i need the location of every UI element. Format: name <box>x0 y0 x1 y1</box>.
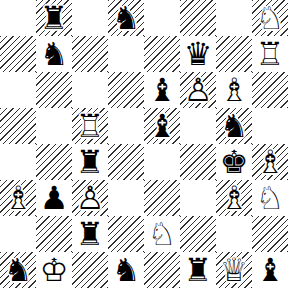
square-b5[interactable] <box>36 108 72 144</box>
piece-glyph: ♛ <box>180 36 216 72</box>
square-f3[interactable] <box>180 180 216 216</box>
black-knight: ♞♞ <box>216 108 252 144</box>
square-h7[interactable]: ♜♖ <box>252 36 288 72</box>
piece-glyph: ♞ <box>108 252 144 288</box>
square-c4[interactable]: ♜♜ <box>72 144 108 180</box>
square-h5[interactable] <box>252 108 288 144</box>
square-f6[interactable]: ♟♙ <box>180 72 216 108</box>
square-a1[interactable]: ♞♞ <box>0 252 36 288</box>
square-d1[interactable]: ♞♞ <box>108 252 144 288</box>
piece-glyph: ♔ <box>36 252 72 288</box>
piece-glyph: ♞ <box>108 0 144 36</box>
piece-glyph: ♖ <box>72 108 108 144</box>
square-d8[interactable]: ♞♞ <box>108 0 144 36</box>
square-a3[interactable]: ♝♗ <box>0 180 36 216</box>
piece-glyph: ♚ <box>216 144 252 180</box>
white-rook: ♜♖ <box>72 108 108 144</box>
white-bishop: ♝♗ <box>252 144 288 180</box>
square-c8[interactable] <box>72 0 108 36</box>
piece-glyph: ♙ <box>72 180 108 216</box>
piece-glyph: ♘ <box>252 180 288 216</box>
black-rook: ♜♜ <box>180 252 216 288</box>
piece-glyph: ♞ <box>36 36 72 72</box>
square-e3[interactable] <box>144 180 180 216</box>
black-knight: ♞♞ <box>108 252 144 288</box>
square-c5[interactable]: ♜♖ <box>72 108 108 144</box>
square-a6[interactable] <box>0 72 36 108</box>
piece-glyph: ♘ <box>252 0 288 36</box>
square-e5[interactable]: ♝♝ <box>144 108 180 144</box>
square-c3[interactable]: ♟♙ <box>72 180 108 216</box>
white-knight: ♞♘ <box>252 0 288 36</box>
square-e4[interactable] <box>144 144 180 180</box>
white-bishop: ♝♗ <box>216 180 252 216</box>
square-f8[interactable] <box>180 0 216 36</box>
white-bishop: ♝♗ <box>216 72 252 108</box>
square-g6[interactable]: ♝♗ <box>216 72 252 108</box>
square-f4[interactable] <box>180 144 216 180</box>
piece-glyph: ♝ <box>252 252 288 288</box>
piece-glyph: ♖ <box>252 36 288 72</box>
square-c6[interactable] <box>72 72 108 108</box>
piece-glyph: ♕ <box>216 252 252 288</box>
square-b8[interactable]: ♜♜ <box>36 0 72 36</box>
piece-glyph: ♙ <box>180 72 216 108</box>
piece-glyph: ♜ <box>36 0 72 36</box>
piece-glyph: ♗ <box>216 72 252 108</box>
black-rook: ♜♜ <box>72 144 108 180</box>
black-knight: ♞♞ <box>36 36 72 72</box>
black-bishop: ♝♝ <box>144 108 180 144</box>
square-e1[interactable] <box>144 252 180 288</box>
square-c7[interactable] <box>72 36 108 72</box>
square-f7[interactable]: ♛♛ <box>180 36 216 72</box>
piece-glyph: ♘ <box>144 216 180 252</box>
white-queen: ♛♕ <box>216 252 252 288</box>
square-d5[interactable] <box>108 108 144 144</box>
black-bishop: ♝♝ <box>144 72 180 108</box>
square-d3[interactable] <box>108 180 144 216</box>
piece-glyph: ♗ <box>0 180 36 216</box>
square-f5[interactable] <box>180 108 216 144</box>
white-bishop: ♝♗ <box>0 180 36 216</box>
square-h8[interactable]: ♞♘ <box>252 0 288 36</box>
piece-glyph: ♗ <box>252 144 288 180</box>
square-a7[interactable] <box>0 36 36 72</box>
square-b3[interactable]: ♟♟ <box>36 180 72 216</box>
piece-glyph: ♞ <box>0 252 36 288</box>
black-knight: ♞♞ <box>108 0 144 36</box>
piece-glyph: ♜ <box>72 216 108 252</box>
piece-glyph: ♝ <box>144 72 180 108</box>
square-f1[interactable]: ♜♜ <box>180 252 216 288</box>
piece-glyph: ♞ <box>216 108 252 144</box>
black-rook: ♜♜ <box>72 216 108 252</box>
square-d4[interactable] <box>108 144 144 180</box>
black-queen: ♛♛ <box>180 36 216 72</box>
square-g1[interactable]: ♛♕ <box>216 252 252 288</box>
piece-glyph: ♝ <box>144 108 180 144</box>
piece-glyph: ♟ <box>36 180 72 216</box>
square-h4[interactable]: ♝♗ <box>252 144 288 180</box>
square-b4[interactable] <box>36 144 72 180</box>
piece-glyph: ♗ <box>216 180 252 216</box>
white-king: ♚♔ <box>36 252 72 288</box>
square-a5[interactable] <box>0 108 36 144</box>
white-pawn: ♟♙ <box>180 72 216 108</box>
black-knight: ♞♞ <box>0 252 36 288</box>
white-knight: ♞♘ <box>252 180 288 216</box>
square-b6[interactable] <box>36 72 72 108</box>
square-f2[interactable] <box>180 216 216 252</box>
square-a2[interactable] <box>0 216 36 252</box>
square-a8[interactable] <box>0 0 36 36</box>
square-d2[interactable] <box>108 216 144 252</box>
square-h2[interactable] <box>252 216 288 252</box>
square-g3[interactable]: ♝♗ <box>216 180 252 216</box>
square-c2[interactable]: ♜♜ <box>72 216 108 252</box>
square-h3[interactable]: ♞♘ <box>252 180 288 216</box>
chess-board: ♜♜♞♞♞♘♞♞♛♛♜♖♝♝♟♙♝♗♜♖♝♝♞♞♜♜♚♚♝♗♝♗♟♟♟♙♝♗♞♘… <box>0 0 288 288</box>
square-e7[interactable] <box>144 36 180 72</box>
square-d6[interactable] <box>108 72 144 108</box>
square-e2[interactable]: ♞♘ <box>144 216 180 252</box>
square-g4[interactable]: ♚♚ <box>216 144 252 180</box>
white-knight: ♞♘ <box>144 216 180 252</box>
square-h1[interactable]: ♝♝ <box>252 252 288 288</box>
square-g2[interactable] <box>216 216 252 252</box>
square-b7[interactable]: ♞♞ <box>36 36 72 72</box>
square-e8[interactable] <box>144 0 180 36</box>
square-a4[interactable] <box>0 144 36 180</box>
piece-glyph: ♜ <box>180 252 216 288</box>
piece-glyph: ♜ <box>72 144 108 180</box>
square-b2[interactable] <box>36 216 72 252</box>
white-rook: ♜♖ <box>252 36 288 72</box>
square-g7[interactable] <box>216 36 252 72</box>
black-king: ♚♚ <box>216 144 252 180</box>
square-h6[interactable] <box>252 72 288 108</box>
black-pawn: ♟♟ <box>36 180 72 216</box>
square-g8[interactable] <box>216 0 252 36</box>
square-g5[interactable]: ♞♞ <box>216 108 252 144</box>
square-b1[interactable]: ♚♔ <box>36 252 72 288</box>
square-c1[interactable] <box>72 252 108 288</box>
black-rook: ♜♜ <box>36 0 72 36</box>
square-d7[interactable] <box>108 36 144 72</box>
square-e6[interactable]: ♝♝ <box>144 72 180 108</box>
white-pawn: ♟♙ <box>72 180 108 216</box>
black-bishop: ♝♝ <box>252 252 288 288</box>
